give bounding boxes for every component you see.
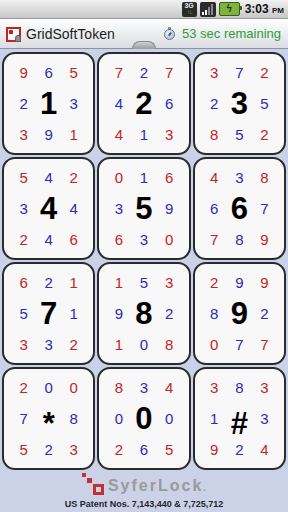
key-6-cell-r2c1: 8 bbox=[235, 232, 243, 247]
token-keypad: 9652133917274264133722358525423442460163… bbox=[0, 49, 288, 407]
key-#-cell-r0c2: 3 bbox=[260, 380, 268, 395]
key-7-cell-r2c2: 2 bbox=[70, 337, 78, 352]
key-4-cell-r2c1: 4 bbox=[44, 232, 52, 247]
key-3[interactable]: 372235852 bbox=[193, 52, 286, 155]
key-7-cell-r1c2: 1 bbox=[70, 306, 78, 321]
app-title: GridSoftToken bbox=[26, 26, 115, 42]
key-8-cell-r1c2: 2 bbox=[165, 306, 173, 321]
key-6-cell-r1c1-main: 6 bbox=[231, 193, 248, 224]
key-2[interactable]: 727426413 bbox=[97, 52, 190, 155]
key-1-cell-r0c2: 5 bbox=[70, 65, 78, 80]
key-#-cell-r0c1: 8 bbox=[235, 380, 243, 395]
key-4-cell-r1c1-main: 4 bbox=[40, 193, 57, 224]
key-6-cell-r0c2: 8 bbox=[260, 170, 268, 185]
key-9-cell-r1c0: 8 bbox=[210, 306, 218, 321]
trademark-dot: . bbox=[203, 482, 208, 493]
key-0-cell-r0c2: 4 bbox=[165, 380, 173, 395]
key-*-cell-r0c1: 0 bbox=[44, 380, 52, 395]
title-bar: GridSoftToken 53 sec remaining bbox=[0, 19, 288, 49]
key-2-cell-r2c1: 1 bbox=[140, 127, 148, 142]
key-8-cell-r0c0: 1 bbox=[115, 275, 123, 290]
key-6-cell-r2c2: 9 bbox=[260, 232, 268, 247]
phone-screen: 3G ↑↓ ϟ 3:03 PM GridSoftToken 53 sec rem… bbox=[0, 0, 288, 512]
status-bar: 3G ↑↓ ϟ 3:03 PM bbox=[0, 0, 288, 19]
key-2-cell-r2c0: 4 bbox=[115, 127, 123, 142]
key-3-cell-r2c0: 8 bbox=[210, 127, 218, 142]
key-2-cell-r2c2: 3 bbox=[165, 127, 173, 142]
key-6-cell-r2c0: 7 bbox=[210, 232, 218, 247]
key-3-cell-r1c2: 5 bbox=[260, 96, 268, 111]
key-0-cell-r0c1: 3 bbox=[140, 380, 148, 395]
key-1-cell-r1c0: 2 bbox=[19, 96, 27, 111]
key-1-cell-r2c1: 9 bbox=[44, 127, 52, 142]
key-5-cell-r0c0: 0 bbox=[115, 170, 123, 185]
mobile-network-3g-icon: 3G ↑↓ bbox=[182, 2, 197, 17]
key-4-cell-r2c2: 6 bbox=[70, 232, 78, 247]
key-#-cell-r1c1-main: # bbox=[231, 408, 248, 439]
syferlock-logo: SyferLock. bbox=[80, 471, 208, 497]
key-8-cell-r2c0: 1 bbox=[115, 337, 123, 352]
key-1[interactable]: 965213391 bbox=[2, 52, 95, 155]
key-9-cell-r1c1-main: 9 bbox=[231, 298, 248, 329]
key-9-cell-r2c2: 7 bbox=[260, 337, 268, 352]
key-4-cell-r0c2: 2 bbox=[70, 170, 78, 185]
key-5-cell-r2c0: 6 bbox=[115, 232, 123, 247]
key-5-cell-r2c2: 0 bbox=[165, 232, 173, 247]
key-8-cell-r1c1-main: 8 bbox=[135, 298, 152, 329]
key-8-cell-r0c1: 5 bbox=[140, 275, 148, 290]
key-3-cell-r1c0: 2 bbox=[210, 96, 218, 111]
key-4-cell-r0c0: 5 bbox=[19, 170, 27, 185]
patent-text: US Patent Nos. 7,143,440 & 7,725,712 bbox=[65, 499, 224, 509]
key-1-cell-r0c0: 9 bbox=[19, 65, 27, 80]
key-2-cell-r1c1-main: 2 bbox=[135, 88, 152, 119]
key-1-cell-r1c1-main: 1 bbox=[40, 88, 57, 119]
key-3-cell-r0c0: 3 bbox=[210, 65, 218, 80]
key-8-cell-r2c1: 0 bbox=[140, 337, 148, 352]
key-2-cell-r1c0: 4 bbox=[115, 96, 123, 111]
key-6-cell-r1c2: 7 bbox=[260, 201, 268, 216]
key-3-cell-r0c1: 7 bbox=[235, 65, 243, 80]
key-8-cell-r1c0: 9 bbox=[115, 306, 123, 321]
key-8[interactable]: 153982108 bbox=[97, 262, 190, 365]
signal-strength-icon bbox=[200, 2, 216, 17]
key-4[interactable]: 542344246 bbox=[2, 157, 95, 260]
key-1-cell-r1c2: 3 bbox=[70, 96, 78, 111]
key-4-cell-r2c0: 2 bbox=[19, 232, 27, 247]
clock-time: 3:03 PM bbox=[245, 2, 284, 16]
key-4-cell-r0c1: 4 bbox=[44, 170, 52, 185]
key-3-cell-r2c2: 2 bbox=[260, 127, 268, 142]
key-7[interactable]: 621571332 bbox=[2, 262, 95, 365]
syferlock-wordmark: SyferLock. bbox=[108, 477, 208, 497]
key-9-cell-r0c0: 2 bbox=[210, 275, 218, 290]
key-4-cell-r1c0: 3 bbox=[19, 201, 27, 216]
key-0-cell-r0c0: 8 bbox=[115, 380, 123, 395]
key-5-cell-r0c1: 1 bbox=[140, 170, 148, 185]
token-countdown-text: 53 sec remaining bbox=[182, 26, 281, 41]
key-4-cell-r1c2: 4 bbox=[70, 201, 78, 216]
key-9[interactable]: 299892077 bbox=[193, 262, 286, 365]
key-7-cell-r0c1: 2 bbox=[44, 275, 52, 290]
key-6-cell-r0c1: 3 bbox=[235, 170, 243, 185]
key-9-cell-r0c1: 9 bbox=[235, 275, 243, 290]
key-9-cell-r2c0: 0 bbox=[210, 337, 218, 352]
data-arrows-icon: ↑↓ bbox=[187, 9, 191, 15]
syferlock-squares-icon bbox=[80, 471, 106, 497]
key-5-cell-r0c2: 6 bbox=[165, 170, 173, 185]
key-5-cell-r1c2: 9 bbox=[165, 201, 173, 216]
key-6[interactable]: 438667789 bbox=[193, 157, 286, 260]
battery-charging-icon: ϟ bbox=[219, 2, 240, 16]
key-3-cell-r1c1-main: 3 bbox=[231, 88, 248, 119]
key-3-cell-r0c2: 2 bbox=[260, 65, 268, 80]
key-9-cell-r1c2: 2 bbox=[260, 306, 268, 321]
key-*-cell-r0c2: 0 bbox=[70, 380, 78, 395]
key-*-cell-r1c1-main: * bbox=[43, 408, 55, 439]
notification-shade-handle[interactable] bbox=[132, 41, 156, 49]
key-9-cell-r0c2: 9 bbox=[260, 275, 268, 290]
key-5-cell-r2c1: 3 bbox=[140, 232, 148, 247]
am-pm-label: PM bbox=[272, 6, 284, 15]
key-1-cell-r0c1: 6 bbox=[44, 65, 52, 80]
gridsofttoken-app-icon bbox=[5, 26, 21, 42]
key-6-cell-r0c0: 4 bbox=[210, 170, 218, 185]
key-2-cell-r1c2: 6 bbox=[165, 96, 173, 111]
key-8-cell-r0c2: 3 bbox=[165, 275, 173, 290]
key-7-cell-r1c1-main: 7 bbox=[40, 298, 57, 329]
key-7-cell-r2c0: 3 bbox=[19, 337, 27, 352]
key-9-cell-r2c1: 7 bbox=[235, 337, 243, 352]
key-3-cell-r2c1: 5 bbox=[235, 127, 243, 142]
key-7-cell-r0c0: 6 bbox=[19, 275, 27, 290]
stopwatch-icon bbox=[164, 27, 178, 41]
key-2-cell-r0c0: 7 bbox=[115, 65, 123, 80]
key-5[interactable]: 016359630 bbox=[97, 157, 190, 260]
key-5-cell-r1c0: 3 bbox=[115, 201, 123, 216]
key-5-cell-r1c1-main: 5 bbox=[135, 193, 152, 224]
key-6-cell-r1c0: 6 bbox=[210, 201, 218, 216]
key-1-cell-r2c0: 3 bbox=[19, 127, 27, 142]
key-*-cell-r0c0: 2 bbox=[19, 380, 27, 395]
key-1-cell-r2c2: 1 bbox=[70, 127, 78, 142]
key-7-cell-r1c0: 5 bbox=[19, 306, 27, 321]
key-2-cell-r0c1: 2 bbox=[140, 65, 148, 80]
key-7-cell-r0c2: 1 bbox=[70, 275, 78, 290]
key-#-cell-r0c0: 3 bbox=[210, 380, 218, 395]
key-8-cell-r2c2: 8 bbox=[165, 337, 173, 352]
lightning-bolt-icon: ϟ bbox=[226, 4, 231, 14]
key-2-cell-r0c2: 7 bbox=[165, 65, 173, 80]
key-7-cell-r2c1: 3 bbox=[44, 337, 52, 352]
